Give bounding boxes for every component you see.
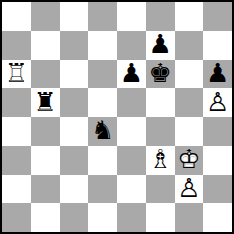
square-f8[interactable] xyxy=(146,2,175,31)
piece-white-rook[interactable]: ♖ xyxy=(5,60,28,86)
piece-white-bishop[interactable]: ♗ xyxy=(148,146,171,172)
piece-black-pawn[interactable]: ♟ xyxy=(206,60,229,86)
square-c5[interactable] xyxy=(60,88,89,117)
square-b3[interactable] xyxy=(31,146,60,175)
square-d8[interactable] xyxy=(88,2,117,31)
square-h8[interactable] xyxy=(203,2,232,31)
square-f2[interactable] xyxy=(146,175,175,204)
square-f5[interactable] xyxy=(146,88,175,117)
square-e1[interactable] xyxy=(117,203,146,232)
square-e3[interactable] xyxy=(117,146,146,175)
square-c3[interactable] xyxy=(60,146,89,175)
square-g8[interactable] xyxy=(175,2,204,31)
square-g5[interactable] xyxy=(175,88,204,117)
square-d6[interactable] xyxy=(88,60,117,89)
square-g3[interactable]: ♚♔ xyxy=(175,146,204,175)
piece-black-pawn[interactable]: ♟ xyxy=(148,31,171,57)
square-g6[interactable] xyxy=(175,60,204,89)
piece-white-pawn[interactable]: ♙ xyxy=(177,175,200,201)
square-g7[interactable] xyxy=(175,31,204,60)
square-a8[interactable] xyxy=(2,2,31,31)
piece-black-pawn[interactable]: ♟ xyxy=(120,60,143,86)
square-a5[interactable] xyxy=(2,88,31,117)
square-b8[interactable] xyxy=(31,2,60,31)
square-d3[interactable] xyxy=(88,146,117,175)
square-a3[interactable] xyxy=(2,146,31,175)
square-a2[interactable] xyxy=(2,175,31,204)
square-g2[interactable]: ♟♙ xyxy=(175,175,204,204)
square-f6[interactable]: ♚ xyxy=(146,60,175,89)
piece-black-rook[interactable]: ♜ xyxy=(33,89,56,115)
square-a4[interactable] xyxy=(2,117,31,146)
square-a7[interactable] xyxy=(2,31,31,60)
square-h4[interactable] xyxy=(203,117,232,146)
square-b5[interactable]: ♜ xyxy=(31,88,60,117)
square-e7[interactable] xyxy=(117,31,146,60)
square-c8[interactable] xyxy=(60,2,89,31)
square-c6[interactable] xyxy=(60,60,89,89)
square-g4[interactable] xyxy=(175,117,204,146)
square-b1[interactable] xyxy=(31,203,60,232)
square-d5[interactable] xyxy=(88,88,117,117)
square-h7[interactable] xyxy=(203,31,232,60)
square-f3[interactable]: ♝♗ xyxy=(146,146,175,175)
piece-white-king[interactable]: ♔ xyxy=(177,146,200,172)
square-h1[interactable] xyxy=(203,203,232,232)
square-e5[interactable] xyxy=(117,88,146,117)
square-b4[interactable] xyxy=(31,117,60,146)
square-a6[interactable]: ♜♖ xyxy=(2,60,31,89)
square-c2[interactable] xyxy=(60,175,89,204)
square-d2[interactable] xyxy=(88,175,117,204)
square-f7[interactable]: ♟ xyxy=(146,31,175,60)
square-d4[interactable]: ♞ xyxy=(88,117,117,146)
square-d7[interactable] xyxy=(88,31,117,60)
piece-black-knight[interactable]: ♞ xyxy=(91,117,114,143)
square-e8[interactable] xyxy=(117,2,146,31)
square-b2[interactable] xyxy=(31,175,60,204)
chess-board: ♟♜♖♟♚♟♜♟♙♞♝♗♚♔♟♙ xyxy=(0,0,234,234)
square-h5[interactable]: ♟♙ xyxy=(203,88,232,117)
square-e6[interactable]: ♟ xyxy=(117,60,146,89)
square-b6[interactable] xyxy=(31,60,60,89)
square-f1[interactable] xyxy=(146,203,175,232)
square-c7[interactable] xyxy=(60,31,89,60)
square-h6[interactable]: ♟ xyxy=(203,60,232,89)
square-a1[interactable] xyxy=(2,203,31,232)
piece-black-king[interactable]: ♚ xyxy=(148,60,171,86)
square-d1[interactable] xyxy=(88,203,117,232)
square-h2[interactable] xyxy=(203,175,232,204)
square-e2[interactable] xyxy=(117,175,146,204)
square-c4[interactable] xyxy=(60,117,89,146)
square-c1[interactable] xyxy=(60,203,89,232)
square-e4[interactable] xyxy=(117,117,146,146)
square-f4[interactable] xyxy=(146,117,175,146)
square-h3[interactable] xyxy=(203,146,232,175)
square-g1[interactable] xyxy=(175,203,204,232)
piece-white-pawn[interactable]: ♙ xyxy=(206,89,229,115)
square-b7[interactable] xyxy=(31,31,60,60)
